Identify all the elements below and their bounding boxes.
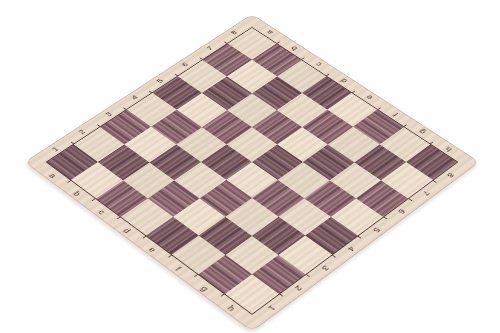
coordinate-label: h — [226, 304, 237, 312]
coordinate-label: 8 — [229, 29, 239, 35]
coordinate-label: 8 — [446, 172, 457, 179]
coordinate-label: 3 — [320, 265, 331, 273]
coordinate-label: g — [417, 128, 427, 135]
coordinate-label: b — [290, 45, 300, 52]
coordinate-label: 7 — [205, 45, 215, 52]
coordinate-label: e — [365, 94, 375, 101]
coordinate-label: 5 — [155, 77, 165, 84]
chess-board-mat: abcdefgh abcdefgh 87654321 87654321 — [24, 14, 479, 332]
product-photo: abcdefgh abcdefgh 87654321 87654321 — [0, 0, 500, 333]
coordinate-label: f — [174, 265, 183, 272]
coordinate-label: 1 — [267, 304, 278, 312]
coordinate-label: a — [48, 172, 59, 179]
coordinate-label: 4 — [129, 94, 139, 101]
coordinate-label: 1 — [50, 145, 60, 152]
coordinate-label: f — [392, 111, 400, 117]
board-squares — [46, 27, 459, 315]
coordinate-label: c — [314, 61, 324, 67]
coordinate-label: 6 — [180, 61, 190, 68]
coordinate-label: 2 — [77, 128, 87, 135]
coordinate-label: 6 — [397, 208, 408, 216]
coordinate-label: e — [147, 246, 158, 254]
coordinate-label: c — [97, 208, 107, 215]
coordinate-label: d — [122, 227, 133, 235]
coordinate-label: a — [265, 29, 275, 35]
coordinate-label: 4 — [346, 246, 357, 254]
coordinate-label: b — [72, 190, 83, 197]
coordinate-label: 2 — [294, 284, 305, 292]
coordinate-label: h — [444, 145, 454, 152]
coordinate-label: 5 — [371, 227, 382, 235]
coordinate-label: 7 — [421, 190, 432, 197]
coordinate-label: d — [339, 77, 349, 84]
coordinate-label: 3 — [103, 111, 113, 118]
coordinate-label: g — [199, 284, 210, 292]
